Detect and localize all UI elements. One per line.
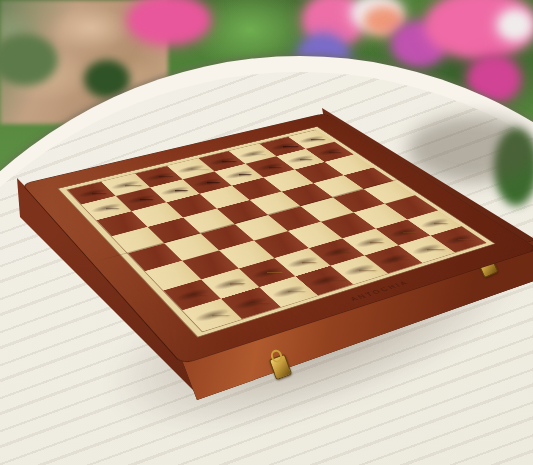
chess-board: ♜♞♝♚♛♝♞♜♟♟♟♟♟♟♟♟♟♟♟♟♟♟♟♟♜♞♝♚♛♝♞♜ ANTOCHI… xyxy=(21,113,533,365)
square-h1[interactable]: ♜ xyxy=(182,299,242,332)
board-grid: ♜♞♝♚♛♝♞♜♟♟♟♟♟♟♟♟♟♟♟♟♟♟♟♟♜♞♝♚♛♝♞♜ xyxy=(66,130,486,332)
board-scene: ♜♞♝♚♛♝♞♜♟♟♟♟♟♟♟♟♟♟♟♟♟♟♟♟♜♞♝♚♛♝♞♜ ANTOCHI… xyxy=(0,0,533,465)
white-rook[interactable]: ♜ xyxy=(212,315,266,375)
photo-stage: ♜♞♝♚♛♝♞♜♟♟♟♟♟♟♟♟♟♟♟♟♟♟♟♟♜♞♝♚♛♝♞♜ ANTOCHI… xyxy=(0,0,533,465)
playing-surface: ♜♞♝♚♛♝♞♜♟♟♟♟♟♟♟♟♟♟♟♟♟♟♟♟♜♞♝♚♛♝♞♜ xyxy=(57,126,495,337)
